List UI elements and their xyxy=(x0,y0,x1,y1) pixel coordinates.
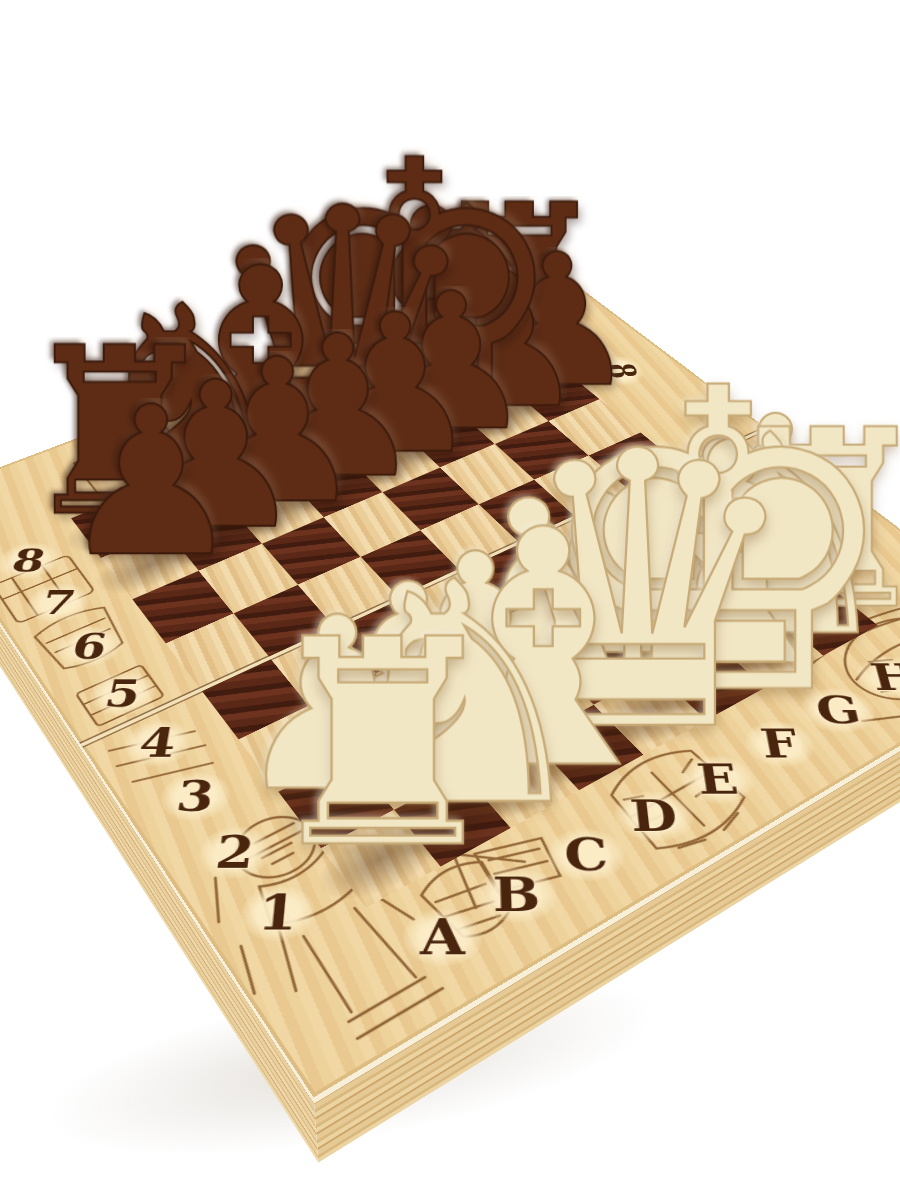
rank-label-6: 6 xyxy=(53,627,126,668)
photo-scene: ABCDEFGH1234567828♜♞♝♛♚♝♞♜♟♟♟♟♟♟♟♟♟♟♟♟♟♟… xyxy=(0,0,900,1200)
dark-pawn-glyph: ♟ xyxy=(41,398,260,567)
light-rook-glyph: ♜ xyxy=(251,627,514,860)
file-label-a: A xyxy=(402,908,483,965)
product-photo-chess-set: { "game": "chess", "scene": "Perspective… xyxy=(0,0,900,1200)
chess-board: ABCDEFGH1234567828♜♞♝♛♚♝♞♜♟♟♟♟♟♟♟♟♟♟♟♟♟♟… xyxy=(0,262,900,1098)
